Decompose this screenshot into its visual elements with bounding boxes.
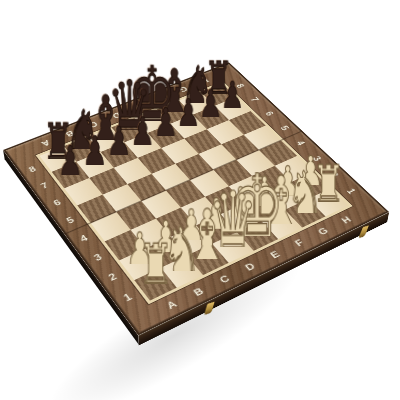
brass-clasp-icon [204, 302, 215, 315]
scene-3d: 87654321 87654321 ABCDEFGH ABCDEFGH ♜♞♝♛… [0, 0, 400, 400]
chess-board: 87654321 87654321 ABCDEFGH ABCDEFGH ♜♞♝♛… [3, 62, 389, 335]
product-photo-stage: 87654321 87654321 ABCDEFGH ABCDEFGH ♜♞♝♛… [0, 0, 400, 400]
brass-clasp-icon [359, 225, 369, 238]
piece-white-rook[interactable]: ♜ [122, 226, 188, 284]
